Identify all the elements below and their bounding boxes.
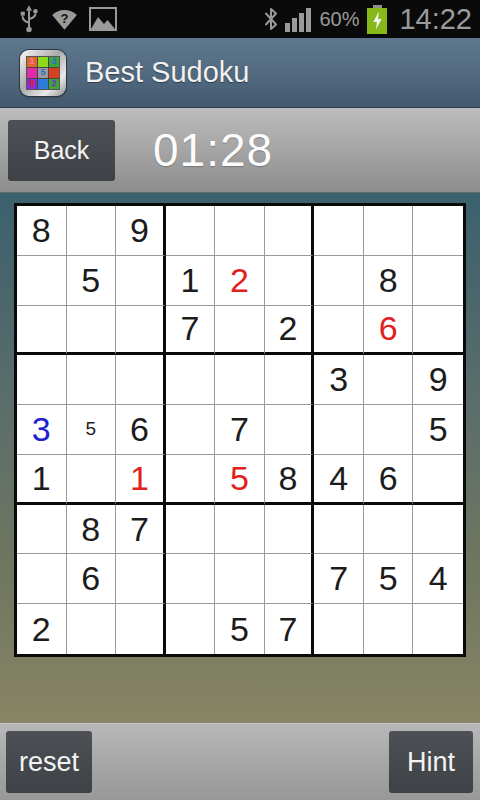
cell-r1c8[interactable] <box>364 206 414 256</box>
cell-r7c7[interactable] <box>314 505 364 555</box>
sudoku-board: 8951287263935675115846876754257 <box>14 203 466 657</box>
cell-r1c5[interactable] <box>215 206 265 256</box>
cell-r2c7[interactable] <box>314 256 364 306</box>
cell-r6c6[interactable]: 8 <box>265 455 315 505</box>
cell-r9c9[interactable] <box>413 604 463 654</box>
app-icon-cell-7: 8 <box>27 79 37 89</box>
cell-r7c5[interactable] <box>215 505 265 555</box>
cell-r5c5[interactable]: 7 <box>215 405 265 455</box>
cell-r7c6[interactable] <box>265 505 315 555</box>
cell-r5c1[interactable]: 3 <box>17 405 67 455</box>
cell-r3c8[interactable]: 6 <box>364 306 414 356</box>
status-bar-right: 60% 14:22 <box>263 3 472 36</box>
cell-r3c1[interactable] <box>17 306 67 356</box>
app-icon-cell-9: 2 <box>49 79 59 89</box>
cell-r9c5[interactable]: 5 <box>215 604 265 654</box>
hint-button[interactable]: Hint <box>389 731 473 793</box>
cell-r6c1[interactable]: 1 <box>17 455 67 505</box>
cell-r7c9[interactable] <box>413 505 463 555</box>
reset-button[interactable]: reset <box>6 731 92 793</box>
battery-charging-icon <box>367 5 387 34</box>
cell-r1c6[interactable] <box>265 206 315 256</box>
signal-strength-icon <box>285 7 311 32</box>
cell-r8c5[interactable] <box>215 554 265 604</box>
app-icon-cell-5: 5 <box>38 68 48 78</box>
cell-r8c4[interactable] <box>166 554 216 604</box>
cell-r9c1[interactable]: 2 <box>17 604 67 654</box>
cell-r8c7[interactable]: 7 <box>314 554 364 604</box>
cell-r3c6[interactable]: 2 <box>265 306 315 356</box>
cell-r1c2[interactable] <box>67 206 117 256</box>
cell-r8c6[interactable] <box>265 554 315 604</box>
app-title: Best Sudoku <box>85 56 249 89</box>
game-timer: 01:28 <box>153 123 273 177</box>
cell-r6c9[interactable] <box>413 455 463 505</box>
cell-r4c1[interactable] <box>17 355 67 405</box>
cell-r5c4[interactable] <box>166 405 216 455</box>
cell-r4c2[interactable] <box>67 355 117 405</box>
cell-r7c1[interactable] <box>17 505 67 555</box>
timer-bar: Back 01:28 <box>0 108 480 193</box>
cell-r4c4[interactable] <box>166 355 216 405</box>
cell-r8c2[interactable]: 6 <box>67 554 117 604</box>
gallery-icon <box>89 7 117 31</box>
bottom-bar: reset Hint <box>0 723 480 800</box>
cell-r6c7[interactable]: 4 <box>314 455 364 505</box>
wifi-question-icon: ? <box>51 7 78 31</box>
cell-r7c4[interactable] <box>166 505 216 555</box>
status-clock: 14:22 <box>399 3 472 36</box>
app-icon-grid: 13582 <box>26 56 60 90</box>
cell-r6c4[interactable] <box>166 455 216 505</box>
cell-r4c8[interactable] <box>364 355 414 405</box>
phone-screen: ? 60% 14:22 <box>0 0 480 800</box>
cell-r7c3[interactable]: 7 <box>116 505 166 555</box>
status-bar-left: ? <box>18 5 117 33</box>
content-area: 8951287263935675115846876754257 <box>0 193 480 723</box>
cell-r1c4[interactable] <box>166 206 216 256</box>
cell-r2c1[interactable] <box>17 256 67 306</box>
cell-r4c3[interactable] <box>116 355 166 405</box>
cell-r9c3[interactable] <box>116 604 166 654</box>
cell-r4c9[interactable]: 9 <box>413 355 463 405</box>
cell-r6c2[interactable] <box>67 455 117 505</box>
app-icon-cell-1: 1 <box>27 57 37 67</box>
cell-r4c6[interactable] <box>265 355 315 405</box>
cell-r8c8[interactable]: 5 <box>364 554 414 604</box>
cell-r1c3[interactable]: 9 <box>116 206 166 256</box>
app-icon-cell-6 <box>49 68 59 78</box>
cell-r6c5[interactable]: 5 <box>215 455 265 505</box>
cell-r8c3[interactable] <box>116 554 166 604</box>
cell-r2c5[interactable]: 2 <box>215 256 265 306</box>
cell-r5c3[interactable]: 6 <box>116 405 166 455</box>
cell-r9c7[interactable] <box>314 604 364 654</box>
cell-r6c3[interactable]: 1 <box>116 455 166 505</box>
app-icon-cell-8 <box>38 79 48 89</box>
cell-r5c9[interactable]: 5 <box>413 405 463 455</box>
cell-r8c9[interactable]: 4 <box>413 554 463 604</box>
cell-r5c2[interactable]: 5 <box>67 405 117 455</box>
app-icon-cell-4 <box>27 68 37 78</box>
cell-r8c1[interactable] <box>17 554 67 604</box>
cell-r2c4[interactable]: 1 <box>166 256 216 306</box>
charging-bolt-icon <box>371 12 383 30</box>
cell-r4c7[interactable]: 3 <box>314 355 364 405</box>
cell-r7c2[interactable]: 8 <box>67 505 117 555</box>
cell-r7c8[interactable] <box>364 505 414 555</box>
cell-r5c6[interactable] <box>265 405 315 455</box>
app-icon-cell-2 <box>38 57 48 67</box>
cell-r2c9[interactable] <box>413 256 463 306</box>
usb-icon <box>18 5 40 33</box>
cell-r2c3[interactable] <box>116 256 166 306</box>
cell-r3c2[interactable] <box>67 306 117 356</box>
cell-r1c9[interactable] <box>413 206 463 256</box>
cell-r3c7[interactable] <box>314 306 364 356</box>
cell-r3c5[interactable] <box>215 306 265 356</box>
cell-r2c2[interactable]: 5 <box>67 256 117 306</box>
cell-r9c8[interactable] <box>364 604 414 654</box>
cell-r9c2[interactable] <box>67 604 117 654</box>
cell-r5c7[interactable] <box>314 405 364 455</box>
app-bar: 13582 Best Sudoku <box>0 38 480 108</box>
cell-r1c1[interactable]: 8 <box>17 206 67 256</box>
bluetooth-icon <box>263 6 279 32</box>
app-icon-cell-3: 3 <box>49 57 59 67</box>
back-button[interactable]: Back <box>8 120 115 181</box>
cell-r9c4[interactable] <box>166 604 216 654</box>
cell-r2c6[interactable] <box>265 256 315 306</box>
cell-r3c9[interactable] <box>413 306 463 356</box>
status-bar: ? 60% 14:22 <box>0 0 480 38</box>
wifi-question-mark: ? <box>61 10 69 25</box>
cell-r3c4[interactable]: 7 <box>166 306 216 356</box>
app-icon: 13582 <box>20 50 66 96</box>
cell-r4c5[interactable] <box>215 355 265 405</box>
cell-r2c8[interactable]: 8 <box>364 256 414 306</box>
cell-r1c7[interactable] <box>314 206 364 256</box>
cell-r5c8[interactable] <box>364 405 414 455</box>
cell-r3c3[interactable] <box>116 306 166 356</box>
cell-r6c8[interactable]: 6 <box>364 455 414 505</box>
battery-percent-label: 60% <box>319 8 359 31</box>
cell-r9c6[interactable]: 7 <box>265 604 315 654</box>
